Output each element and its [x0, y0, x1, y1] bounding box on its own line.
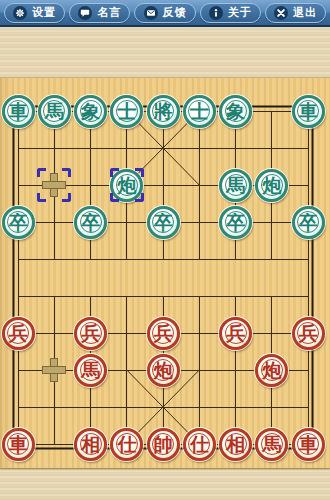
- about-button[interactable]: 关于: [200, 3, 261, 23]
- quotes-button[interactable]: 名言: [69, 3, 130, 23]
- piece-black-soldier-i7[interactable]: 卒: [292, 206, 325, 239]
- piece-black-soldier-c7[interactable]: 卒: [74, 206, 107, 239]
- table-background-top: [0, 29, 330, 78]
- feedback-button[interactable]: 反馈: [134, 3, 195, 23]
- piece-layer: 車馬象士將士象車炮馬炮卒卒卒卒卒兵兵兵兵兵馬炮炮車相仕帥仕相馬車: [0, 93, 326, 463]
- piece-red-soldier-i4[interactable]: 兵: [292, 317, 325, 350]
- piece-red-advisor-f1[interactable]: 仕: [183, 428, 216, 461]
- piece-red-soldier-c4[interactable]: 兵: [74, 317, 107, 350]
- close-icon: [274, 6, 288, 20]
- piece-red-cannon-h3[interactable]: 炮: [255, 354, 288, 387]
- toolbar: 设置 名言 反馈 关于: [0, 0, 330, 27]
- piece-black-chariot-a10[interactable]: 車: [2, 95, 35, 128]
- piece-red-chariot-i1[interactable]: 車: [292, 428, 325, 461]
- piece-black-cannon-h8[interactable]: 炮: [255, 169, 288, 202]
- about-button-label: 关于: [228, 5, 252, 20]
- table-background-bottom: [0, 468, 330, 500]
- piece-red-advisor-d1[interactable]: 仕: [110, 428, 143, 461]
- cursor-crosshair-b3: [42, 358, 66, 382]
- exit-button[interactable]: 退出: [265, 3, 326, 23]
- piece-red-cannon-e3[interactable]: 炮: [147, 354, 180, 387]
- piece-red-chariot-a1[interactable]: 車: [2, 428, 35, 461]
- info-icon: [209, 6, 223, 20]
- piece-black-chariot-i10[interactable]: 車: [292, 95, 325, 128]
- settings-button-label: 设置: [32, 5, 56, 20]
- piece-black-general-e10[interactable]: 將: [147, 95, 180, 128]
- piece-black-horse-g8[interactable]: 馬: [219, 169, 252, 202]
- piece-black-soldier-a7[interactable]: 卒: [2, 206, 35, 239]
- feedback-button-label: 反馈: [163, 5, 187, 20]
- envelope-icon: [144, 6, 158, 20]
- gear-icon: [13, 6, 27, 20]
- last-move-bracket-b8: [37, 168, 71, 202]
- settings-button[interactable]: 设置: [4, 3, 65, 23]
- piece-red-elephant-c1[interactable]: 相: [74, 428, 107, 461]
- piece-black-soldier-g7[interactable]: 卒: [219, 206, 252, 239]
- quotes-button-label: 名言: [97, 5, 121, 20]
- piece-black-horse-b10[interactable]: 馬: [38, 95, 71, 128]
- piece-black-advisor-d10[interactable]: 士: [110, 95, 143, 128]
- piece-black-elephant-g10[interactable]: 象: [219, 95, 252, 128]
- speech-bubble-icon: [78, 6, 92, 20]
- piece-black-soldier-e7[interactable]: 卒: [147, 206, 180, 239]
- piece-red-horse-c3[interactable]: 馬: [74, 354, 107, 387]
- piece-black-cannon-d8[interactable]: 炮: [110, 169, 143, 202]
- exit-button-label: 退出: [293, 5, 317, 20]
- xiangqi-board[interactable]: 車馬象士將士象車炮馬炮卒卒卒卒卒兵兵兵兵兵馬炮炮車相仕帥仕相馬車: [0, 78, 330, 468]
- piece-red-horse-h1[interactable]: 馬: [255, 428, 288, 461]
- piece-red-soldier-g4[interactable]: 兵: [219, 317, 252, 350]
- piece-red-general-e1[interactable]: 帥: [147, 428, 180, 461]
- cursor-crosshair-b8: [42, 173, 66, 197]
- piece-red-elephant-g1[interactable]: 相: [219, 428, 252, 461]
- piece-black-elephant-c10[interactable]: 象: [74, 95, 107, 128]
- piece-black-advisor-f10[interactable]: 士: [183, 95, 216, 128]
- piece-red-soldier-a4[interactable]: 兵: [2, 317, 35, 350]
- piece-red-soldier-e4[interactable]: 兵: [147, 317, 180, 350]
